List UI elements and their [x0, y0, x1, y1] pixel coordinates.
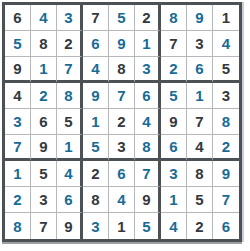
cell-r1c3-entered[interactable]: 3 [57, 5, 83, 31]
cell-r9c9-entered[interactable]: 6 [213, 213, 239, 239]
cell-r4c6-entered[interactable]: 6 [135, 83, 161, 109]
sudoku-app-frame: 6437528915826917349174832654289765133651… [0, 0, 250, 251]
cell-r3c8-entered[interactable]: 6 [187, 57, 213, 83]
cell-r1c8-entered[interactable]: 9 [187, 5, 213, 31]
cell-r5c5-given[interactable]: 2 [109, 109, 135, 135]
cell-r3c1-given[interactable]: 9 [5, 57, 31, 83]
cell-r7c6-entered[interactable]: 7 [135, 161, 161, 187]
cell-r4c4-entered[interactable]: 9 [83, 83, 109, 109]
cell-r1c9-given[interactable]: 1 [213, 5, 239, 31]
cell-r8c6-given[interactable]: 9 [135, 187, 161, 213]
cell-r8c2-given[interactable]: 3 [31, 187, 57, 213]
cell-r8c5-entered[interactable]: 4 [109, 187, 135, 213]
cell-r2c5-entered[interactable]: 9 [109, 31, 135, 57]
cell-r6c6-entered[interactable]: 8 [135, 135, 161, 161]
cell-r9c2-given[interactable]: 7 [31, 213, 57, 239]
cell-r6c4-entered[interactable]: 5 [83, 135, 109, 161]
cell-r1c2-entered[interactable]: 4 [31, 5, 57, 31]
cell-r6c1-entered[interactable]: 7 [5, 135, 31, 161]
cell-r3c7-entered[interactable]: 2 [161, 57, 187, 83]
cell-r3c6-entered[interactable]: 3 [135, 57, 161, 83]
cell-r7c8-given[interactable]: 8 [187, 161, 213, 187]
cell-r9c3-given[interactable]: 9 [57, 213, 83, 239]
cell-r6c5-given[interactable]: 3 [109, 135, 135, 161]
cell-r1c7-entered[interactable]: 8 [161, 5, 187, 31]
cell-r8c7-entered[interactable]: 1 [161, 187, 187, 213]
cell-r5c4-entered[interactable]: 1 [83, 109, 109, 135]
cell-r6c8-given[interactable]: 4 [187, 135, 213, 161]
cell-r2c8-given[interactable]: 3 [187, 31, 213, 57]
cell-r2c3-given[interactable]: 2 [57, 31, 83, 57]
cell-r4c5-entered[interactable]: 7 [109, 83, 135, 109]
cell-r6c7-entered[interactable]: 6 [161, 135, 187, 161]
cell-r1c6-given[interactable]: 2 [135, 5, 161, 31]
cell-r3c2-entered[interactable]: 1 [31, 57, 57, 83]
cell-r7c5-entered[interactable]: 6 [109, 161, 135, 187]
cell-r4c8-entered[interactable]: 1 [187, 83, 213, 109]
cell-r6c2-given[interactable]: 9 [31, 135, 57, 161]
cell-r7c4-given[interactable]: 2 [83, 161, 109, 187]
cell-r8c4-given[interactable]: 8 [83, 187, 109, 213]
cell-r8c1-entered[interactable]: 2 [5, 187, 31, 213]
cell-r5c6-entered[interactable]: 4 [135, 109, 161, 135]
cell-r7c1-entered[interactable]: 1 [5, 161, 31, 187]
cell-r5c8-given[interactable]: 7 [187, 109, 213, 135]
cell-r9c8-given[interactable]: 2 [187, 213, 213, 239]
cell-r1c5-entered[interactable]: 5 [109, 5, 135, 31]
cell-r2c4-entered[interactable]: 6 [83, 31, 109, 57]
cell-r3c9-given[interactable]: 5 [213, 57, 239, 83]
cell-r5c7-given[interactable]: 9 [161, 109, 187, 135]
cell-r8c9-entered[interactable]: 7 [213, 187, 239, 213]
cell-r3c3-entered[interactable]: 7 [57, 57, 83, 83]
cell-r4c9-given[interactable]: 3 [213, 83, 239, 109]
sudoku-board: 6437528915826917349174832654289765133651… [2, 2, 242, 242]
cell-r9c4-entered[interactable]: 3 [83, 213, 109, 239]
cell-r8c8-given[interactable]: 5 [187, 187, 213, 213]
cell-r4c3-entered[interactable]: 8 [57, 83, 83, 109]
cell-r1c1-given[interactable]: 6 [5, 5, 31, 31]
cell-r3c5-given[interactable]: 8 [109, 57, 135, 83]
cell-r7c7-entered[interactable]: 3 [161, 161, 187, 187]
cell-r5c3-given[interactable]: 5 [57, 109, 83, 135]
cell-r4c2-entered[interactable]: 2 [31, 83, 57, 109]
cell-r5c2-given[interactable]: 6 [31, 109, 57, 135]
cell-r5c9-entered[interactable]: 8 [213, 109, 239, 135]
cell-r6c9-entered[interactable]: 2 [213, 135, 239, 161]
cell-r9c1-entered[interactable]: 8 [5, 213, 31, 239]
cell-r2c1-entered[interactable]: 5 [5, 31, 31, 57]
cell-r4c7-entered[interactable]: 5 [161, 83, 187, 109]
cell-r2c2-given[interactable]: 8 [31, 31, 57, 57]
cell-r5c1-entered[interactable]: 3 [5, 109, 31, 135]
cell-r8c3-entered[interactable]: 6 [57, 187, 83, 213]
cell-r9c5-given[interactable]: 1 [109, 213, 135, 239]
cell-r4c1-given[interactable]: 4 [5, 83, 31, 109]
cell-r6c3-entered[interactable]: 1 [57, 135, 83, 161]
cell-r2c6-entered[interactable]: 1 [135, 31, 161, 57]
cell-r9c6-entered[interactable]: 5 [135, 213, 161, 239]
cell-r7c2-given[interactable]: 5 [31, 161, 57, 187]
cell-r2c7-given[interactable]: 7 [161, 31, 187, 57]
cell-r1c4-given[interactable]: 7 [83, 5, 109, 31]
cell-r3c4-entered[interactable]: 4 [83, 57, 109, 83]
cell-r9c7-entered[interactable]: 4 [161, 213, 187, 239]
cell-r2c9-entered[interactable]: 4 [213, 31, 239, 57]
cell-r7c3-entered[interactable]: 4 [57, 161, 83, 187]
cell-r7c9-entered[interactable]: 9 [213, 161, 239, 187]
